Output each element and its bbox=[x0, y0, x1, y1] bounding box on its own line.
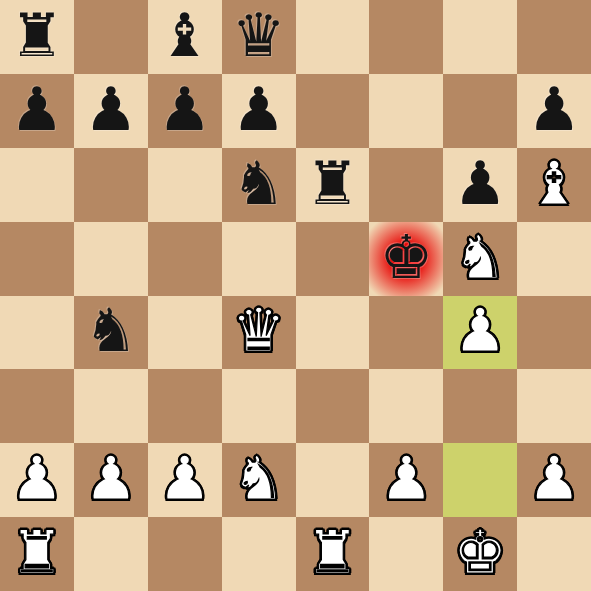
square-a6[interactable] bbox=[0, 148, 74, 222]
square-g7[interactable] bbox=[443, 74, 517, 148]
square-e8[interactable] bbox=[296, 0, 370, 74]
white-knight[interactable]: ♞ bbox=[453, 227, 507, 287]
square-h1[interactable] bbox=[517, 517, 591, 591]
square-d8[interactable]: ♛ bbox=[222, 0, 296, 74]
square-c6[interactable] bbox=[148, 148, 222, 222]
square-f2[interactable]: ♟ bbox=[369, 443, 443, 517]
square-e5[interactable] bbox=[296, 222, 370, 296]
black-knight[interactable]: ♞ bbox=[84, 300, 138, 360]
black-pawn[interactable]: ♟ bbox=[84, 79, 138, 139]
square-g4[interactable]: ♟ bbox=[443, 296, 517, 370]
black-pawn[interactable]: ♟ bbox=[453, 153, 507, 213]
square-c5[interactable] bbox=[148, 222, 222, 296]
black-bishop[interactable]: ♝ bbox=[158, 5, 212, 65]
square-f4[interactable] bbox=[369, 296, 443, 370]
white-rook[interactable]: ♜ bbox=[306, 522, 360, 582]
white-bishop[interactable]: ♝ bbox=[527, 153, 581, 213]
square-h4[interactable] bbox=[517, 296, 591, 370]
black-pawn[interactable]: ♟ bbox=[527, 79, 581, 139]
white-pawn[interactable]: ♟ bbox=[453, 300, 507, 360]
square-f1[interactable] bbox=[369, 517, 443, 591]
square-h6[interactable]: ♝ bbox=[517, 148, 591, 222]
square-e3[interactable] bbox=[296, 369, 370, 443]
square-d2[interactable]: ♞ bbox=[222, 443, 296, 517]
square-h7[interactable]: ♟ bbox=[517, 74, 591, 148]
white-king[interactable]: ♚ bbox=[453, 522, 507, 582]
square-e4[interactable] bbox=[296, 296, 370, 370]
square-c4[interactable] bbox=[148, 296, 222, 370]
square-a3[interactable] bbox=[0, 369, 74, 443]
square-f8[interactable] bbox=[369, 0, 443, 74]
white-pawn[interactable]: ♟ bbox=[10, 448, 64, 508]
square-f3[interactable] bbox=[369, 369, 443, 443]
black-king[interactable]: ♚ bbox=[379, 227, 433, 287]
square-d7[interactable]: ♟ bbox=[222, 74, 296, 148]
square-e2[interactable] bbox=[296, 443, 370, 517]
black-pawn[interactable]: ♟ bbox=[158, 79, 212, 139]
square-g6[interactable]: ♟ bbox=[443, 148, 517, 222]
square-d6[interactable]: ♞ bbox=[222, 148, 296, 222]
square-a5[interactable] bbox=[0, 222, 74, 296]
square-f5[interactable]: ♚ bbox=[369, 222, 443, 296]
white-pawn[interactable]: ♟ bbox=[527, 448, 581, 508]
square-c3[interactable] bbox=[148, 369, 222, 443]
square-d3[interactable] bbox=[222, 369, 296, 443]
square-d5[interactable] bbox=[222, 222, 296, 296]
square-c2[interactable]: ♟ bbox=[148, 443, 222, 517]
square-g8[interactable] bbox=[443, 0, 517, 74]
black-rook[interactable]: ♜ bbox=[10, 5, 64, 65]
square-d4[interactable]: ♛ bbox=[222, 296, 296, 370]
black-pawn[interactable]: ♟ bbox=[10, 79, 64, 139]
white-queen[interactable]: ♛ bbox=[232, 300, 286, 360]
white-knight[interactable]: ♞ bbox=[232, 448, 286, 508]
black-pawn[interactable]: ♟ bbox=[232, 79, 286, 139]
white-rook[interactable]: ♜ bbox=[10, 522, 64, 582]
square-b8[interactable] bbox=[74, 0, 148, 74]
square-b5[interactable] bbox=[74, 222, 148, 296]
square-a8[interactable]: ♜ bbox=[0, 0, 74, 74]
square-f6[interactable] bbox=[369, 148, 443, 222]
black-knight[interactable]: ♞ bbox=[232, 153, 286, 213]
square-c8[interactable]: ♝ bbox=[148, 0, 222, 74]
white-pawn[interactable]: ♟ bbox=[379, 448, 433, 508]
square-c7[interactable]: ♟ bbox=[148, 74, 222, 148]
square-g5[interactable]: ♞ bbox=[443, 222, 517, 296]
black-rook[interactable]: ♜ bbox=[306, 153, 360, 213]
square-e7[interactable] bbox=[296, 74, 370, 148]
square-e1[interactable]: ♜ bbox=[296, 517, 370, 591]
square-h3[interactable] bbox=[517, 369, 591, 443]
square-b7[interactable]: ♟ bbox=[74, 74, 148, 148]
square-h2[interactable]: ♟ bbox=[517, 443, 591, 517]
square-b1[interactable] bbox=[74, 517, 148, 591]
square-b6[interactable] bbox=[74, 148, 148, 222]
white-pawn[interactable]: ♟ bbox=[158, 448, 212, 508]
white-pawn[interactable]: ♟ bbox=[84, 448, 138, 508]
square-e6[interactable]: ♜ bbox=[296, 148, 370, 222]
square-c1[interactable] bbox=[148, 517, 222, 591]
black-queen[interactable]: ♛ bbox=[232, 5, 286, 65]
square-b3[interactable] bbox=[74, 369, 148, 443]
square-d1[interactable] bbox=[222, 517, 296, 591]
square-h5[interactable] bbox=[517, 222, 591, 296]
square-g2[interactable] bbox=[443, 443, 517, 517]
square-g3[interactable] bbox=[443, 369, 517, 443]
square-g1[interactable]: ♚ bbox=[443, 517, 517, 591]
square-b4[interactable]: ♞ bbox=[74, 296, 148, 370]
chess-board: ♜♝♛♟♟♟♟♟♞♜♟♝♚♞♞♛♟♟♟♟♞♟♟♜♜♚ bbox=[0, 0, 591, 591]
square-a4[interactable] bbox=[0, 296, 74, 370]
square-a2[interactable]: ♟ bbox=[0, 443, 74, 517]
square-h8[interactable] bbox=[517, 0, 591, 74]
square-b2[interactable]: ♟ bbox=[74, 443, 148, 517]
square-a1[interactable]: ♜ bbox=[0, 517, 74, 591]
square-f7[interactable] bbox=[369, 74, 443, 148]
square-a7[interactable]: ♟ bbox=[0, 74, 74, 148]
